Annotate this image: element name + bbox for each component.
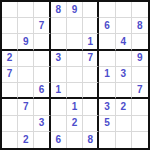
cell-r1c4[interactable]: 8 bbox=[51, 2, 67, 18]
cell-r7c3[interactable] bbox=[34, 99, 50, 115]
cell-r5c3[interactable] bbox=[34, 67, 50, 83]
cell-r7c7[interactable]: 3 bbox=[99, 99, 115, 115]
cell-r7c2[interactable]: 7 bbox=[18, 99, 34, 115]
cell-r3c4[interactable] bbox=[51, 34, 67, 50]
cell-r5c1[interactable]: 7 bbox=[2, 67, 18, 83]
given-digit: 6 bbox=[104, 21, 110, 31]
given-digit: 7 bbox=[137, 85, 143, 95]
cell-r6c1[interactable] bbox=[2, 83, 18, 99]
given-digit: 7 bbox=[87, 53, 93, 63]
cell-r5c5[interactable] bbox=[67, 67, 83, 83]
cell-r8c6[interactable] bbox=[83, 116, 99, 132]
given-digit: 7 bbox=[39, 21, 45, 31]
given-digit: 3 bbox=[39, 118, 45, 128]
given-digit: 9 bbox=[23, 37, 29, 47]
given-digit: 9 bbox=[72, 5, 78, 15]
cell-r1c3[interactable] bbox=[34, 2, 50, 18]
cell-r7c5[interactable]: 1 bbox=[67, 99, 83, 115]
given-digit: 1 bbox=[104, 69, 110, 79]
given-digit: 3 bbox=[104, 102, 110, 112]
cell-r9c6[interactable]: 8 bbox=[83, 132, 99, 148]
given-digit: 2 bbox=[7, 53, 13, 63]
cell-r5c2[interactable] bbox=[18, 67, 34, 83]
cell-r3c1[interactable] bbox=[2, 34, 18, 50]
cell-r4c7[interactable] bbox=[99, 51, 115, 67]
cell-r2c3[interactable]: 7 bbox=[34, 18, 50, 34]
cell-r7c6[interactable] bbox=[83, 99, 99, 115]
given-digit: 5 bbox=[104, 118, 110, 128]
sudoku-board: 8976891423797136177132325268 bbox=[0, 0, 150, 150]
given-digit: 3 bbox=[55, 53, 61, 63]
cell-r7c1[interactable] bbox=[2, 99, 18, 115]
cell-r3c3[interactable] bbox=[34, 34, 50, 50]
cell-r4c2[interactable] bbox=[18, 51, 34, 67]
cell-r3c9[interactable] bbox=[132, 34, 148, 50]
cell-r6c9[interactable]: 7 bbox=[132, 83, 148, 99]
cell-r9c7[interactable] bbox=[99, 132, 115, 148]
cell-r5c6[interactable] bbox=[83, 67, 99, 83]
cell-r7c9[interactable] bbox=[132, 99, 148, 115]
cell-r9c1[interactable] bbox=[2, 132, 18, 148]
cell-r5c8[interactable]: 3 bbox=[116, 67, 132, 83]
cell-r3c5[interactable] bbox=[67, 34, 83, 50]
cell-r2c2[interactable] bbox=[18, 18, 34, 34]
cell-r9c4[interactable]: 6 bbox=[51, 132, 67, 148]
given-digit: 3 bbox=[120, 69, 126, 79]
cell-r2c6[interactable] bbox=[83, 18, 99, 34]
cell-r6c8[interactable] bbox=[116, 83, 132, 99]
cell-r9c5[interactable] bbox=[67, 132, 83, 148]
cell-r6c3[interactable]: 6 bbox=[34, 83, 50, 99]
cell-r2c8[interactable] bbox=[116, 18, 132, 34]
cell-r3c7[interactable] bbox=[99, 34, 115, 50]
cell-r8c1[interactable] bbox=[2, 116, 18, 132]
cell-r1c7[interactable] bbox=[99, 2, 115, 18]
cell-r2c7[interactable]: 6 bbox=[99, 18, 115, 34]
cell-r3c8[interactable]: 4 bbox=[116, 34, 132, 50]
given-digit: 7 bbox=[23, 102, 29, 112]
cell-r9c9[interactable] bbox=[132, 132, 148, 148]
cell-r9c2[interactable]: 2 bbox=[18, 132, 34, 148]
cell-r8c8[interactable] bbox=[116, 116, 132, 132]
cell-r8c3[interactable]: 3 bbox=[34, 116, 50, 132]
cell-r8c2[interactable] bbox=[18, 116, 34, 132]
cell-r7c4[interactable] bbox=[51, 99, 67, 115]
given-digit: 8 bbox=[137, 21, 143, 31]
cell-r4c8[interactable] bbox=[116, 51, 132, 67]
cell-r2c4[interactable] bbox=[51, 18, 67, 34]
cell-r5c4[interactable] bbox=[51, 67, 67, 83]
given-digit: 6 bbox=[39, 85, 45, 95]
cell-r4c4[interactable]: 3 bbox=[51, 51, 67, 67]
cell-r6c5[interactable] bbox=[67, 83, 83, 99]
cell-r2c5[interactable] bbox=[67, 18, 83, 34]
cell-r1c9[interactable] bbox=[132, 2, 148, 18]
given-digit: 4 bbox=[120, 37, 126, 47]
given-digit: 1 bbox=[55, 85, 61, 95]
given-digit: 2 bbox=[72, 118, 78, 128]
cell-r4c3[interactable] bbox=[34, 51, 50, 67]
cell-r4c6[interactable]: 7 bbox=[83, 51, 99, 67]
cell-r9c3[interactable] bbox=[34, 132, 50, 148]
cell-r8c5[interactable]: 2 bbox=[67, 116, 83, 132]
cell-r5c7[interactable]: 1 bbox=[99, 67, 115, 83]
cell-r5c9[interactable] bbox=[132, 67, 148, 83]
cell-r6c7[interactable] bbox=[99, 83, 115, 99]
cell-r4c5[interactable] bbox=[67, 51, 83, 67]
cell-r1c5[interactable]: 9 bbox=[67, 2, 83, 18]
cell-r4c9[interactable]: 9 bbox=[132, 51, 148, 67]
cell-r6c2[interactable] bbox=[18, 83, 34, 99]
cell-r1c2[interactable] bbox=[18, 2, 34, 18]
given-digit: 1 bbox=[87, 37, 93, 47]
given-digit: 2 bbox=[120, 102, 126, 112]
cell-r8c9[interactable] bbox=[132, 116, 148, 132]
cell-r1c8[interactable] bbox=[116, 2, 132, 18]
given-digit: 2 bbox=[23, 135, 29, 145]
cell-r3c6[interactable]: 1 bbox=[83, 34, 99, 50]
cell-r6c6[interactable] bbox=[83, 83, 99, 99]
given-digit: 6 bbox=[55, 135, 61, 145]
given-digit: 7 bbox=[7, 69, 13, 79]
given-digit: 9 bbox=[137, 53, 143, 63]
given-digit: 1 bbox=[72, 102, 78, 112]
cell-r1c6[interactable] bbox=[83, 2, 99, 18]
cell-r8c7[interactable]: 5 bbox=[99, 116, 115, 132]
given-digit: 8 bbox=[55, 5, 61, 15]
cell-r2c9[interactable]: 8 bbox=[132, 18, 148, 34]
cell-r7c8[interactable]: 2 bbox=[116, 99, 132, 115]
cell-r9c8[interactable] bbox=[116, 132, 132, 148]
cell-r8c4[interactable] bbox=[51, 116, 67, 132]
cell-r4c1[interactable]: 2 bbox=[2, 51, 18, 67]
cell-r6c4[interactable]: 1 bbox=[51, 83, 67, 99]
cell-r3c2[interactable]: 9 bbox=[18, 34, 34, 50]
cell-r1c1[interactable] bbox=[2, 2, 18, 18]
given-digit: 8 bbox=[87, 135, 93, 145]
cell-r2c1[interactable] bbox=[2, 18, 18, 34]
